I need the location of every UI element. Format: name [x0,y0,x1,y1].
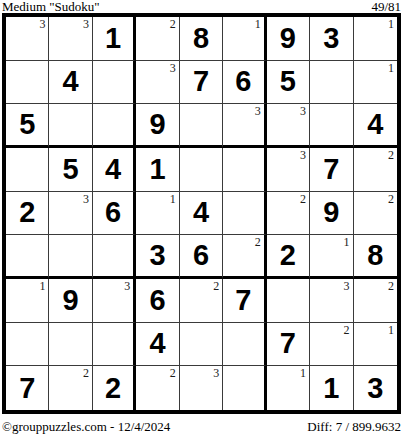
cell-r8c1[interactable] [6,323,49,367]
pencil-mark: 2 [388,193,394,205]
cell-r7c5[interactable]: 2 [180,279,223,323]
cell-r6c8[interactable]: 1 [310,235,353,279]
pencil-mark: 3 [213,367,219,379]
footer: ©grouppuzzles.com - 12/4/2024 Diff: 7 / … [2,420,401,434]
copyright-text: ©grouppuzzles.com - 12/4/2024 [2,420,170,434]
sudoku-board: 3312819314376515933454137223614292362218… [2,13,401,414]
pencil-mark: 1 [300,367,306,379]
given-digit: 2 [105,374,121,403]
given-digit: 5 [63,155,79,184]
cell-r1c4[interactable]: 2 [136,17,179,61]
cell-r9c5[interactable]: 3 [180,366,223,410]
cell-r5c7[interactable]: 2 [267,192,310,236]
pencil-mark: 1 [388,324,394,336]
given-digit: 7 [19,374,35,403]
cell-r8c8[interactable]: 2 [310,323,353,367]
cell-r2c1[interactable] [6,61,49,105]
cell-r4c6[interactable] [223,148,266,192]
cell-r6c2[interactable] [49,235,92,279]
cell-r5c2[interactable]: 3 [49,192,92,236]
pencil-mark: 1 [39,280,45,292]
given-digit: 7 [323,155,339,184]
cell-r2c3[interactable] [93,61,136,105]
pencil-mark: 2 [213,280,219,292]
pencil-mark: 2 [83,367,89,379]
cell-r7c8[interactable]: 3 [310,279,353,323]
given-digit: 9 [63,286,79,315]
cell-r5c8[interactable]: 9 [310,192,353,236]
cell-r4c7[interactable]: 3 [267,148,310,192]
cell-r1c6[interactable]: 1 [223,17,266,61]
cell-r6c3[interactable] [93,235,136,279]
given-digit: 4 [193,198,209,227]
cell-r7c9[interactable]: 2 [354,279,397,323]
cell-r6c6[interactable]: 2 [223,235,266,279]
cell-r2c5[interactable]: 7 [180,61,223,105]
pencil-mark: 2 [388,280,394,292]
cell-r7c4[interactable]: 6 [136,279,179,323]
given-digit: 4 [105,155,121,184]
cell-r1c1[interactable]: 3 [6,17,49,61]
pencil-mark: 2 [344,324,350,336]
cell-r4c5[interactable] [180,148,223,192]
given-digit: 4 [149,329,165,358]
cell-r3c3[interactable] [93,104,136,148]
pencil-mark: 3 [124,280,130,292]
pencil-mark: 1 [388,18,394,30]
cell-r9c6[interactable] [223,366,266,410]
cell-r7c1[interactable]: 1 [6,279,49,323]
given-digit: 1 [323,374,339,403]
given-digit: 6 [149,286,165,315]
given-digit: 8 [367,241,383,270]
cell-r2c6[interactable]: 6 [223,61,266,105]
given-digit: 3 [149,241,165,270]
cell-r5c3[interactable]: 6 [93,192,136,236]
given-digit: 3 [367,374,383,403]
cell-r2c7[interactable]: 5 [267,61,310,105]
pencil-mark: 3 [255,105,261,117]
header: Medium "Sudoku" 49/81 [2,0,401,13]
cell-r3c8[interactable] [310,104,353,148]
pencil-mark: 1 [388,62,394,74]
cell-r1c9[interactable]: 1 [354,17,397,61]
cell-r7c7[interactable] [267,279,310,323]
cell-r9c8[interactable]: 1 [310,366,353,410]
given-digit: 5 [280,67,296,96]
cell-r6c4[interactable]: 3 [136,235,179,279]
given-digit: 4 [367,110,383,139]
page-title: Medium "Sudoku" [2,0,100,13]
cell-r7c2[interactable]: 9 [49,279,92,323]
given-digit: 7 [193,67,209,96]
given-digit: 9 [280,24,296,53]
cell-r8c9[interactable]: 1 [354,323,397,367]
pencil-mark: 3 [39,18,45,30]
cell-r9c1[interactable]: 7 [6,366,49,410]
cell-r4c1[interactable] [6,148,49,192]
remaining-counter: 49/81 [371,0,401,13]
cell-r9c7[interactable]: 1 [267,366,310,410]
cell-r3c5[interactable] [180,104,223,148]
cell-r9c9[interactable]: 3 [354,366,397,410]
cell-r6c7[interactable]: 2 [267,235,310,279]
cell-r2c8[interactable] [310,61,353,105]
cell-r1c5[interactable]: 8 [180,17,223,61]
cell-r4c3[interactable]: 4 [93,148,136,192]
cell-r1c8[interactable]: 3 [310,17,353,61]
cell-r5c5[interactable]: 4 [180,192,223,236]
given-digit: 8 [193,24,209,53]
cell-r5c9[interactable]: 2 [354,192,397,236]
cell-r8c2[interactable] [49,323,92,367]
cell-r5c1[interactable]: 2 [6,192,49,236]
pencil-mark: 1 [170,193,176,205]
cell-r9c4[interactable]: 2 [136,366,179,410]
given-digit: 9 [323,198,339,227]
cell-r2c4[interactable]: 3 [136,61,179,105]
given-digit: 7 [280,329,296,358]
given-digit: 6 [235,67,251,96]
cell-r4c2[interactable]: 5 [49,148,92,192]
pencil-mark: 3 [83,18,89,30]
pencil-mark: 3 [344,280,350,292]
cell-r4c8[interactable]: 7 [310,148,353,192]
cell-r9c2[interactable]: 2 [49,366,92,410]
cell-r8c3[interactable] [93,323,136,367]
cell-r2c2[interactable]: 4 [49,61,92,105]
given-digit: 1 [149,155,165,184]
cell-r1c7[interactable]: 9 [267,17,310,61]
pencil-mark: 1 [344,236,350,248]
cell-r5c4[interactable]: 1 [136,192,179,236]
given-digit: 7 [235,286,251,315]
cell-r8c7[interactable]: 7 [267,323,310,367]
cell-r9c3[interactable]: 2 [93,366,136,410]
given-digit: 6 [193,241,209,270]
cell-r1c2[interactable]: 3 [49,17,92,61]
cell-r5c6[interactable] [223,192,266,236]
cell-r3c1[interactable]: 5 [6,104,49,148]
cell-r8c4[interactable]: 4 [136,323,179,367]
pencil-mark: 2 [255,236,261,248]
cell-r3c6[interactable]: 3 [223,104,266,148]
cell-r3c7[interactable]: 3 [267,104,310,148]
pencil-mark: 3 [170,62,176,74]
given-digit: 3 [323,24,339,53]
cell-r1c3[interactable]: 1 [93,17,136,61]
cell-r3c9[interactable]: 4 [354,104,397,148]
pencil-mark: 1 [255,18,261,30]
cell-r8c5[interactable] [180,323,223,367]
cell-r6c5[interactable]: 6 [180,235,223,279]
cell-r8c6[interactable] [223,323,266,367]
cell-r3c2[interactable] [49,104,92,148]
pencil-mark: 2 [170,18,176,30]
cell-r4c9[interactable]: 2 [354,148,397,192]
given-digit: 2 [19,198,35,227]
difficulty-text: Diff: 7 / 899.9632 [307,420,401,434]
cell-r6c9[interactable]: 8 [354,235,397,279]
cell-r3c4[interactable]: 9 [136,104,179,148]
pencil-mark: 2 [300,193,306,205]
cell-r7c6[interactable]: 7 [223,279,266,323]
pencil-mark: 3 [300,149,306,161]
pencil-mark: 3 [300,105,306,117]
given-digit: 9 [149,110,165,139]
cell-r2c9[interactable]: 1 [354,61,397,105]
given-digit: 4 [63,67,79,96]
given-digit: 5 [19,110,35,139]
given-digit: 6 [105,198,121,227]
cell-r7c3[interactable]: 3 [93,279,136,323]
cell-r4c4[interactable]: 1 [136,148,179,192]
given-digit: 1 [105,24,121,53]
given-digit: 2 [280,241,296,270]
cell-r6c1[interactable] [6,235,49,279]
pencil-mark: 3 [83,193,89,205]
pencil-mark: 2 [388,149,394,161]
pencil-mark: 2 [170,367,176,379]
